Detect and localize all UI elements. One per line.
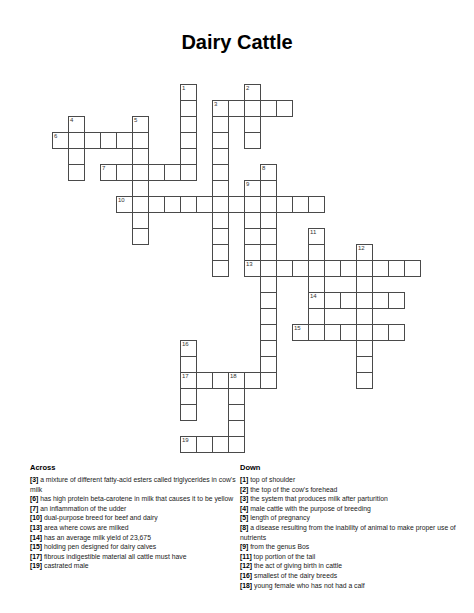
clue-number: [12] <box>240 562 252 569</box>
cell-number: 4 <box>70 117 73 123</box>
grid-cell[interactable] <box>356 340 373 357</box>
cell-number: 17 <box>182 373 189 379</box>
grid-cell[interactable] <box>68 164 85 181</box>
cell-number: 19 <box>182 437 189 443</box>
grid-cell[interactable] <box>132 196 149 213</box>
clue-item: [19] castrated male <box>30 561 236 571</box>
grid-cell[interactable] <box>212 180 229 197</box>
grid-cell[interactable] <box>180 404 197 421</box>
grid-cell[interactable] <box>356 260 373 277</box>
grid-cell[interactable] <box>68 132 85 149</box>
cell-number: 14 <box>310 293 317 299</box>
clue-number: [6] <box>30 495 38 502</box>
grid-cell[interactable] <box>260 324 277 341</box>
grid-cell[interactable] <box>260 276 277 293</box>
grid-cell[interactable]: 17 <box>180 372 197 389</box>
grid-cell[interactable] <box>228 436 245 453</box>
grid-cell[interactable] <box>212 116 229 133</box>
clue-item: [5] length of pregnancy <box>240 513 460 523</box>
grid-cell[interactable] <box>228 388 245 405</box>
grid-cell[interactable] <box>116 164 133 181</box>
clue-item: [16] smallest of the dairy breeds <box>240 571 460 581</box>
grid-cell[interactable] <box>308 260 325 277</box>
across-header: Across <box>30 463 236 472</box>
grid-cell[interactable] <box>244 116 261 133</box>
clue-number: [2] <box>240 486 248 493</box>
grid-cell[interactable] <box>404 260 421 277</box>
cell-number: 16 <box>182 341 189 347</box>
grid-cell[interactable]: 11 <box>308 228 325 245</box>
clue-item: [15] holding pen designed for dairy calv… <box>30 542 236 552</box>
grid-cell[interactable] <box>132 212 149 229</box>
grid-cell[interactable] <box>164 164 181 181</box>
down-clues-section: Down [1] top of shoulder[2] the top of t… <box>240 463 460 590</box>
grid-cell[interactable] <box>292 260 309 277</box>
cell-number: 11 <box>310 229 316 235</box>
clue-item: [8] a disease resulting from the inabili… <box>240 523 460 542</box>
grid-cell[interactable] <box>212 228 229 245</box>
grid-cell[interactable] <box>260 372 277 389</box>
grid-cell[interactable] <box>212 196 229 213</box>
clue-number: [3] <box>30 476 38 483</box>
clue-item: [3] a mixture of different fatty-acid es… <box>30 475 236 494</box>
grid-cell[interactable] <box>228 404 245 421</box>
across-clue-list: [3] a mixture of different fatty-acid es… <box>30 475 236 571</box>
grid-cell[interactable] <box>180 196 197 213</box>
clue-number: [3] <box>240 495 248 502</box>
grid-cell[interactable] <box>356 324 373 341</box>
grid-cell[interactable]: 3 <box>212 100 229 117</box>
grid-cell[interactable] <box>308 308 325 325</box>
clue-item: [2] the top of the cow's forehead <box>240 485 460 495</box>
grid-cell[interactable] <box>324 324 341 341</box>
grid-cell[interactable] <box>212 436 229 453</box>
grid-cell[interactable] <box>276 260 293 277</box>
grid-cell[interactable] <box>308 196 325 213</box>
grid-cell[interactable] <box>260 228 277 245</box>
grid-cell[interactable] <box>148 164 165 181</box>
grid-cell[interactable] <box>260 244 277 261</box>
grid-cell[interactable] <box>244 100 261 117</box>
clue-item: [10] dual-purpose breed for beef and dai… <box>30 513 236 523</box>
grid-cell[interactable] <box>260 308 277 325</box>
down-clue-list: [1] top of shoulder[2] the top of the co… <box>240 475 460 590</box>
grid-cell[interactable] <box>260 292 277 309</box>
grid-cell[interactable] <box>212 164 229 181</box>
grid-cell[interactable] <box>340 292 357 309</box>
grid-cell[interactable] <box>132 228 149 245</box>
grid-cell[interactable] <box>244 132 261 149</box>
grid-cell[interactable] <box>356 308 373 325</box>
grid-cell[interactable] <box>356 292 373 309</box>
cell-number: 18 <box>230 373 237 379</box>
clue-number: [9] <box>240 543 248 550</box>
grid-cell[interactable] <box>116 132 133 149</box>
grid-cell[interactable] <box>308 324 325 341</box>
clue-number: [11] <box>240 553 252 560</box>
grid-cell[interactable] <box>260 212 277 229</box>
grid-cell[interactable] <box>356 372 373 389</box>
grid-cell[interactable]: 15 <box>292 324 309 341</box>
grid-cell[interactable] <box>340 324 357 341</box>
clue-number: [7] <box>30 505 38 512</box>
grid-cell[interactable] <box>212 244 229 261</box>
grid-cell[interactable] <box>260 340 277 357</box>
grid-cell[interactable] <box>372 324 389 341</box>
grid-cell[interactable] <box>260 356 277 373</box>
clue-number: [19] <box>30 562 42 569</box>
grid-cell[interactable] <box>356 356 373 373</box>
clue-number: [14] <box>30 534 42 541</box>
grid-cell[interactable] <box>180 116 197 133</box>
grid-cell[interactable] <box>148 196 165 213</box>
grid-cell[interactable]: 10 <box>116 196 133 213</box>
clue-item: [4] male cattle with the purpose of bree… <box>240 504 460 514</box>
grid-cell[interactable] <box>196 436 213 453</box>
down-header: Down <box>240 463 460 472</box>
grid-cell[interactable] <box>372 260 389 277</box>
grid-cell[interactable] <box>292 196 309 213</box>
grid-cell[interactable] <box>308 244 325 261</box>
clue-item: [14] has an average milk yield of 23,675 <box>30 533 236 543</box>
grid-cell[interactable]: 7 <box>100 164 117 181</box>
clue-number: [17] <box>30 553 42 560</box>
grid-cell[interactable] <box>228 100 245 117</box>
grid-cell[interactable] <box>84 132 101 149</box>
clue-number: [4] <box>240 505 248 512</box>
grid-cell[interactable] <box>356 276 373 293</box>
clue-number: [13] <box>30 524 42 531</box>
grid-cell[interactable]: 6 <box>52 132 69 149</box>
grid-cell[interactable]: 8 <box>260 164 277 181</box>
clue-number: [18] <box>240 582 252 589</box>
cell-number: 9 <box>246 181 249 187</box>
grid-cell[interactable] <box>68 148 85 165</box>
clue-number: [1] <box>240 476 248 483</box>
puzzle-title: Dairy Cattle <box>0 31 474 54</box>
grid-cell[interactable] <box>132 148 149 165</box>
grid-cell[interactable] <box>276 100 293 117</box>
cell-number: 8 <box>262 165 265 171</box>
grid-cell[interactable] <box>180 148 197 165</box>
grid-cell[interactable]: 9 <box>244 180 261 197</box>
grid-cell[interactable] <box>244 244 261 261</box>
grid-cell[interactable] <box>212 132 229 149</box>
grid-cell[interactable] <box>180 100 197 117</box>
grid-cell[interactable] <box>244 212 261 229</box>
grid-cell[interactable] <box>100 132 117 149</box>
grid-cell[interactable] <box>260 196 277 213</box>
grid-cell[interactable] <box>260 180 277 197</box>
grid-cell[interactable] <box>308 276 325 293</box>
grid-cell[interactable] <box>132 164 149 181</box>
grid-cell[interactable] <box>212 260 229 277</box>
grid-cell[interactable] <box>388 324 405 341</box>
grid-cell[interactable]: 1 <box>180 84 197 101</box>
grid-cell[interactable] <box>212 148 229 165</box>
cell-number: 13 <box>246 261 253 267</box>
grid-cell[interactable] <box>372 292 389 309</box>
clue-item: [17] fibrous indigestible material all c… <box>30 552 236 562</box>
clue-number: [10] <box>30 514 42 521</box>
page: { "game": "crossword", "title": "Dairy C… <box>0 0 474 613</box>
grid-cell[interactable] <box>228 196 245 213</box>
grid-cell[interactable]: 14 <box>308 292 325 309</box>
clue-item: [7] an inflammation of the udder <box>30 504 236 514</box>
grid-cell[interactable] <box>180 388 197 405</box>
grid-cell[interactable] <box>260 260 277 277</box>
clue-item: [12] the act of giving birth in cattle <box>240 561 460 571</box>
cell-number: 10 <box>118 197 125 203</box>
grid-cell[interactable] <box>324 260 341 277</box>
grid-cell[interactable]: 19 <box>180 436 197 453</box>
grid-cell[interactable]: 13 <box>244 260 261 277</box>
clue-number: [5] <box>240 514 248 521</box>
clue-number: [8] <box>240 524 248 531</box>
grid-cell[interactable]: 16 <box>180 340 197 357</box>
clue-item: [18] young female who has not had a calf <box>240 581 460 591</box>
cell-number: 3 <box>214 101 217 107</box>
cell-number: 7 <box>102 165 105 171</box>
grid-cell[interactable] <box>244 228 261 245</box>
clue-item: [6] has high protein beta-carotene in mi… <box>30 494 236 504</box>
clue-item: [1] top of shoulder <box>240 475 460 485</box>
clue-item: [11] top portion of the tail <box>240 552 460 562</box>
grid-cell[interactable] <box>276 196 293 213</box>
grid-cell[interactable] <box>244 372 261 389</box>
grid-cell[interactable] <box>324 292 341 309</box>
clue-item: [3] the system that produces milk after … <box>240 494 460 504</box>
grid-cell[interactable]: 2 <box>244 84 261 101</box>
grid-cell[interactable] <box>180 132 197 149</box>
grid-cell[interactable] <box>164 196 181 213</box>
cell-number: 5 <box>134 117 137 123</box>
grid-cell[interactable]: 4 <box>68 116 85 133</box>
cell-number: 1 <box>182 85 185 91</box>
grid-cell[interactable] <box>132 132 149 149</box>
cell-number: 2 <box>246 85 249 91</box>
grid-cell[interactable] <box>260 100 277 117</box>
grid-cell[interactable]: 5 <box>132 116 149 133</box>
grid-cell[interactable]: 12 <box>356 244 373 261</box>
grid-cell[interactable] <box>244 196 261 213</box>
across-clues-section: Across [3] a mixture of different fatty-… <box>30 463 236 571</box>
grid-cell[interactable]: 18 <box>228 372 245 389</box>
clue-item: [9] from the genus Bos <box>240 542 460 552</box>
grid-cell[interactable] <box>388 260 405 277</box>
grid-cell[interactable] <box>340 260 357 277</box>
grid-cell[interactable] <box>180 356 197 373</box>
grid-cell[interactable] <box>180 164 197 181</box>
grid-cell[interactable] <box>196 372 213 389</box>
cell-number: 12 <box>358 245 365 251</box>
grid-cell[interactable] <box>228 420 245 437</box>
clue-number: [16] <box>240 572 252 579</box>
grid-cell[interactable] <box>196 196 213 213</box>
grid-cell[interactable] <box>132 180 149 197</box>
grid-cell[interactable] <box>388 292 405 309</box>
cell-number: 6 <box>54 133 57 139</box>
cell-number: 15 <box>294 325 301 331</box>
clue-item: [13] area where cows are milked <box>30 523 236 533</box>
clue-number: [15] <box>30 543 42 550</box>
grid-cell[interactable] <box>212 212 229 229</box>
grid-cell[interactable] <box>212 372 229 389</box>
